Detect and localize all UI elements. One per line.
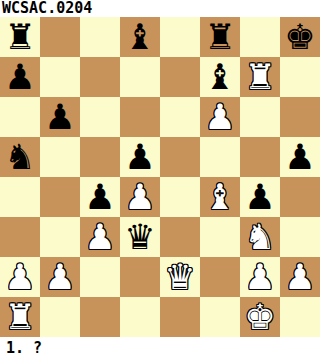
- black-pawn-a7: ♟: [4, 57, 35, 97]
- square-a6[interactable]: [0, 97, 40, 137]
- square-b5[interactable]: [40, 137, 80, 177]
- square-e6[interactable]: [160, 97, 200, 137]
- square-g2[interactable]: ♟: [240, 257, 280, 297]
- square-f2[interactable]: [200, 257, 240, 297]
- black-rook-f8: ♜: [204, 17, 235, 57]
- square-f8[interactable]: ♜: [200, 17, 240, 57]
- square-f7[interactable]: ♝: [200, 57, 240, 97]
- square-a7[interactable]: ♟: [0, 57, 40, 97]
- square-b2[interactable]: ♟: [40, 257, 80, 297]
- white-rook-a1: ♜: [4, 297, 35, 337]
- square-e2[interactable]: ♛: [160, 257, 200, 297]
- square-b8[interactable]: [40, 17, 80, 57]
- square-d7[interactable]: [120, 57, 160, 97]
- square-a3[interactable]: [0, 217, 40, 257]
- square-e7[interactable]: [160, 57, 200, 97]
- black-pawn-b6: ♟: [44, 97, 75, 137]
- square-c8[interactable]: [80, 17, 120, 57]
- square-b4[interactable]: [40, 177, 80, 217]
- square-c4[interactable]: ♟: [80, 177, 120, 217]
- white-pawn-c3: ♟: [84, 217, 115, 257]
- move-prompt: 1. ?: [0, 337, 320, 360]
- square-c2[interactable]: [80, 257, 120, 297]
- square-e1[interactable]: [160, 297, 200, 337]
- square-c1[interactable]: [80, 297, 120, 337]
- square-g3[interactable]: ♞: [240, 217, 280, 257]
- square-d5[interactable]: ♟: [120, 137, 160, 177]
- black-king-h8: ♚: [284, 17, 315, 57]
- square-a5[interactable]: ♞: [0, 137, 40, 177]
- square-d3[interactable]: ♛: [120, 217, 160, 257]
- square-f1[interactable]: [200, 297, 240, 337]
- white-queen-e2: ♛: [164, 257, 195, 297]
- square-e3[interactable]: [160, 217, 200, 257]
- square-c5[interactable]: [80, 137, 120, 177]
- white-pawn-b2: ♟: [44, 257, 75, 297]
- black-pawn-h5: ♟: [284, 137, 315, 177]
- square-g8[interactable]: [240, 17, 280, 57]
- square-b3[interactable]: [40, 217, 80, 257]
- square-a1[interactable]: ♜: [0, 297, 40, 337]
- square-h7[interactable]: [280, 57, 320, 97]
- square-d2[interactable]: [120, 257, 160, 297]
- black-pawn-d5: ♟: [124, 137, 155, 177]
- square-c7[interactable]: [80, 57, 120, 97]
- square-h8[interactable]: ♚: [280, 17, 320, 57]
- white-pawn-h2: ♟: [284, 257, 315, 297]
- square-d6[interactable]: [120, 97, 160, 137]
- square-a8[interactable]: ♜: [0, 17, 40, 57]
- square-f3[interactable]: [200, 217, 240, 257]
- square-e8[interactable]: [160, 17, 200, 57]
- white-rook-g7: ♜: [244, 57, 275, 97]
- square-h1[interactable]: [280, 297, 320, 337]
- square-b1[interactable]: [40, 297, 80, 337]
- square-h3[interactable]: [280, 217, 320, 257]
- white-pawn-d4: ♟: [124, 177, 155, 217]
- white-pawn-a2: ♟: [4, 257, 35, 297]
- white-bishop-f4: ♝: [204, 177, 235, 217]
- white-pawn-f6: ♟: [204, 97, 235, 137]
- square-b6[interactable]: ♟: [40, 97, 80, 137]
- black-rook-a8: ♜: [4, 17, 35, 57]
- square-h5[interactable]: ♟: [280, 137, 320, 177]
- black-bishop-d8: ♝: [124, 17, 155, 57]
- black-pawn-c4: ♟: [84, 177, 115, 217]
- white-king-g1: ♚: [244, 297, 275, 337]
- square-b7[interactable]: [40, 57, 80, 97]
- square-h2[interactable]: ♟: [280, 257, 320, 297]
- black-knight-a5: ♞: [4, 137, 35, 177]
- square-g6[interactable]: [240, 97, 280, 137]
- square-g1[interactable]: ♚: [240, 297, 280, 337]
- square-d4[interactable]: ♟: [120, 177, 160, 217]
- white-knight-g3: ♞: [244, 217, 275, 257]
- chess-puzzle-window: WCSAC.0204 ♜♝♜♚♟♝♜♟♟♞♟♟♟♟♝♟♟♛♞♟♟♛♟♟♜♚ 1.…: [0, 0, 320, 360]
- white-pawn-g2: ♟: [244, 257, 275, 297]
- square-a2[interactable]: ♟: [0, 257, 40, 297]
- square-f4[interactable]: ♝: [200, 177, 240, 217]
- puzzle-id: WCSAC.0204: [0, 0, 320, 17]
- square-d8[interactable]: ♝: [120, 17, 160, 57]
- black-bishop-f7: ♝: [204, 57, 235, 97]
- square-g5[interactable]: [240, 137, 280, 177]
- square-e4[interactable]: [160, 177, 200, 217]
- square-f5[interactable]: [200, 137, 240, 177]
- chess-board: ♜♝♜♚♟♝♜♟♟♞♟♟♟♟♝♟♟♛♞♟♟♛♟♟♜♚: [0, 17, 320, 337]
- square-g4[interactable]: ♟: [240, 177, 280, 217]
- square-e5[interactable]: [160, 137, 200, 177]
- square-g7[interactable]: ♜: [240, 57, 280, 97]
- square-h6[interactable]: [280, 97, 320, 137]
- square-c6[interactable]: [80, 97, 120, 137]
- black-pawn-g4: ♟: [244, 177, 275, 217]
- black-queen-d3: ♛: [124, 217, 155, 257]
- square-c3[interactable]: ♟: [80, 217, 120, 257]
- square-d1[interactable]: [120, 297, 160, 337]
- square-h4[interactable]: [280, 177, 320, 217]
- square-a4[interactable]: [0, 177, 40, 217]
- square-f6[interactable]: ♟: [200, 97, 240, 137]
